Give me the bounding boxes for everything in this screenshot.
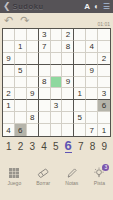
- cell-r6c9[interactable]: 3: [98, 88, 110, 100]
- cell-r6c2[interactable]: [15, 88, 27, 100]
- cell-r3c6[interactable]: [62, 53, 74, 65]
- cell-r7c9[interactable]: 6: [98, 100, 110, 112]
- hint-button-label: Pista: [94, 181, 105, 186]
- cell-r5c5[interactable]: [51, 77, 63, 89]
- sub-bar: ↶ ↷ 01:01: [0, 13, 113, 28]
- cell-r3c8[interactable]: [86, 53, 98, 65]
- erase-button[interactable]: Borrar: [36, 167, 50, 186]
- cell-r2c9[interactable]: [98, 41, 110, 53]
- cell-r5c3[interactable]: [27, 77, 39, 89]
- cell-r6c1[interactable]: 2: [3, 88, 15, 100]
- cell-r6c7[interactable]: 1: [74, 88, 86, 100]
- cell-r7c8[interactable]: [86, 100, 98, 112]
- cell-r8c4[interactable]: [39, 112, 51, 124]
- pad-digit-1[interactable]: 1: [6, 141, 12, 152]
- cell-r7c2[interactable]: [15, 100, 27, 112]
- cell-r6c3[interactable]: 9: [27, 88, 39, 100]
- pad-digit-4[interactable]: 4: [41, 141, 47, 152]
- cell-r9c9[interactable]: 1: [98, 124, 110, 136]
- cell-r7c3[interactable]: [27, 100, 39, 112]
- cell-r3c3[interactable]: [27, 53, 39, 65]
- cell-r8c2[interactable]: [15, 112, 27, 124]
- back-icon[interactable]: ❮: [3, 2, 11, 11]
- cell-r2c1[interactable]: [3, 41, 15, 53]
- pad-digit-2[interactable]: 2: [18, 141, 24, 152]
- cell-r8c3[interactable]: 8: [27, 112, 39, 124]
- cell-r7c7[interactable]: [74, 100, 86, 112]
- cell-r1c4[interactable]: 3: [39, 29, 51, 41]
- cell-r1c7[interactable]: [74, 29, 86, 41]
- bulb-icon: 3: [93, 167, 105, 179]
- cell-r9c7[interactable]: [74, 124, 86, 136]
- erase-button-label: Borrar: [36, 181, 50, 186]
- cell-r8c8[interactable]: [86, 112, 98, 124]
- cell-r1c2[interactable]: [15, 29, 27, 41]
- cell-r9c4[interactable]: [39, 124, 51, 136]
- cell-r5c1[interactable]: [3, 77, 15, 89]
- cell-r7c4[interactable]: [39, 100, 51, 112]
- font-size-icon[interactable]: A: [84, 2, 90, 11]
- cell-r6c5[interactable]: [51, 88, 63, 100]
- game-timer: 01:01: [97, 21, 110, 27]
- cell-r7c5[interactable]: 3: [51, 100, 63, 112]
- cell-r4c2[interactable]: 5: [15, 65, 27, 77]
- cell-r9c8[interactable]: 7: [86, 124, 98, 136]
- menu-icon[interactable]: ☰: [103, 2, 110, 11]
- cell-r5c6[interactable]: 9: [62, 77, 74, 89]
- number-pad: 123456789: [0, 137, 113, 154]
- app-title: Sudoku: [13, 2, 85, 11]
- cell-r9c1[interactable]: 4: [3, 124, 15, 136]
- cell-r1c8[interactable]: [86, 29, 98, 41]
- cell-r5c7[interactable]: [74, 77, 86, 89]
- cell-r2c2[interactable]: 1: [15, 41, 27, 53]
- cell-r7c1[interactable]: 1: [3, 100, 15, 112]
- hint-count-badge: 3: [102, 164, 109, 171]
- cell-r9c3[interactable]: [27, 124, 39, 136]
- cell-r3c2[interactable]: [15, 53, 27, 65]
- theme-contrast-icon[interactable]: ◐: [94, 2, 99, 11]
- cell-r1c5[interactable]: [51, 29, 63, 41]
- cell-r2c5[interactable]: [51, 41, 63, 53]
- cell-r5c9[interactable]: [98, 77, 110, 89]
- cell-r4c5[interactable]: [51, 65, 63, 77]
- top-bar: ❮ Sudoku A ◐ ☰: [0, 0, 113, 13]
- cell-r6c4[interactable]: [39, 88, 51, 100]
- cell-r5c2[interactable]: [15, 77, 27, 89]
- cell-r6c6[interactable]: [62, 88, 74, 100]
- pad-digit-7[interactable]: 7: [78, 141, 84, 152]
- cell-r5c8[interactable]: [86, 77, 98, 89]
- eraser-icon: [37, 167, 49, 179]
- cell-r4c3[interactable]: [27, 65, 39, 77]
- cell-r1c3[interactable]: [27, 29, 39, 41]
- cell-r4c9[interactable]: [98, 65, 110, 77]
- game-button-label: Juego: [8, 181, 22, 186]
- game-button[interactable]: Juego: [8, 167, 22, 186]
- sudoku-board: 3217849259892913136854671: [2, 28, 111, 137]
- cell-r1c6[interactable]: 2: [62, 29, 74, 41]
- cell-r8c6[interactable]: [62, 112, 74, 124]
- cell-r4c7[interactable]: [74, 65, 86, 77]
- cell-r3c7[interactable]: [74, 53, 86, 65]
- topbar-icons: A ◐ ☰: [84, 2, 110, 11]
- undo-icon[interactable]: ↶: [4, 15, 13, 26]
- pad-digit-3[interactable]: 3: [29, 141, 35, 152]
- cell-r2c4[interactable]: 7: [39, 41, 51, 53]
- cell-r9c6[interactable]: [62, 124, 74, 136]
- pad-digit-9[interactable]: 9: [101, 141, 107, 152]
- cell-r3c5[interactable]: [51, 53, 63, 65]
- cell-r2c3[interactable]: [27, 41, 39, 53]
- notes-button[interactable]: Notas: [65, 167, 78, 186]
- cell-r8c1[interactable]: [3, 112, 15, 124]
- cell-r1c1[interactable]: [3, 29, 15, 41]
- pad-digit-5[interactable]: 5: [53, 141, 59, 152]
- cell-r2c6[interactable]: 8: [62, 41, 74, 53]
- cell-r2c8[interactable]: 4: [86, 41, 98, 53]
- notes-button-label: Notas: [65, 181, 78, 186]
- cell-r3c1[interactable]: 9: [3, 53, 15, 65]
- cell-r4c1[interactable]: [3, 65, 15, 77]
- cell-r8c7[interactable]: 5: [74, 112, 86, 124]
- cell-r6c8[interactable]: [86, 88, 98, 100]
- pad-digit-8[interactable]: 8: [90, 141, 96, 152]
- cell-r2c7[interactable]: [74, 41, 86, 53]
- redo-icon[interactable]: ↷: [20, 15, 29, 26]
- cell-r5c4[interactable]: 8: [39, 77, 51, 89]
- cell-r4c6[interactable]: [62, 65, 74, 77]
- cell-r9c5[interactable]: [51, 124, 63, 136]
- cell-r3c4[interactable]: [39, 53, 51, 65]
- cell-r4c8[interactable]: 9: [86, 65, 98, 77]
- cell-r7c6[interactable]: [62, 100, 74, 112]
- pencil-icon: [66, 167, 78, 179]
- cell-r9c2[interactable]: 6: [15, 124, 27, 136]
- cell-r8c5[interactable]: [51, 112, 63, 124]
- cell-r4c4[interactable]: [39, 65, 51, 77]
- grid-icon: [8, 167, 20, 179]
- hint-button[interactable]: 3 Pista: [93, 167, 105, 186]
- cell-r8c9[interactable]: [98, 112, 110, 124]
- pad-digit-6[interactable]: 6: [65, 140, 72, 153]
- cell-r3c9[interactable]: 2: [98, 53, 110, 65]
- bottom-toolbar: Juego Borrar Notas: [0, 162, 113, 200]
- cell-r1c9[interactable]: [98, 29, 110, 41]
